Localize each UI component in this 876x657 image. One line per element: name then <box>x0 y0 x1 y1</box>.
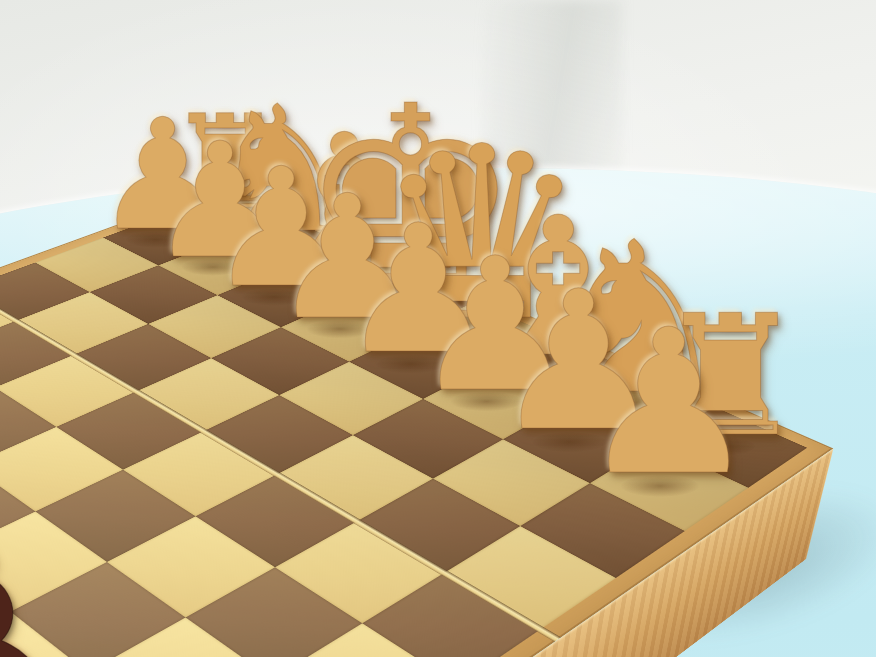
square-b5 <box>275 521 445 623</box>
square-a4 <box>445 526 616 629</box>
square-c7 <box>11 562 186 657</box>
square-d7 <box>0 511 107 611</box>
square-d8 <box>0 557 11 657</box>
square-c4 <box>277 435 433 521</box>
square-e7 <box>0 465 35 556</box>
square-b4 <box>357 479 520 573</box>
square-b6 <box>186 567 363 657</box>
square-c5 <box>196 474 358 567</box>
square-d6 <box>35 470 195 562</box>
square-a3 <box>520 483 685 578</box>
square-a6 <box>272 623 458 657</box>
square-b7 <box>88 617 272 657</box>
square-b3 <box>433 439 590 526</box>
square-a5 <box>362 573 540 657</box>
photo-stage: ♜♞♝♛♚♝♞♜♟♟♟♟♟♟♟♟♟ <box>0 0 876 657</box>
square-e6 <box>0 427 123 512</box>
board-scene <box>0 0 642 657</box>
square-d5 <box>123 431 277 516</box>
square-a2 <box>590 444 748 532</box>
square-c6 <box>107 516 275 617</box>
square-c8 <box>0 612 88 657</box>
